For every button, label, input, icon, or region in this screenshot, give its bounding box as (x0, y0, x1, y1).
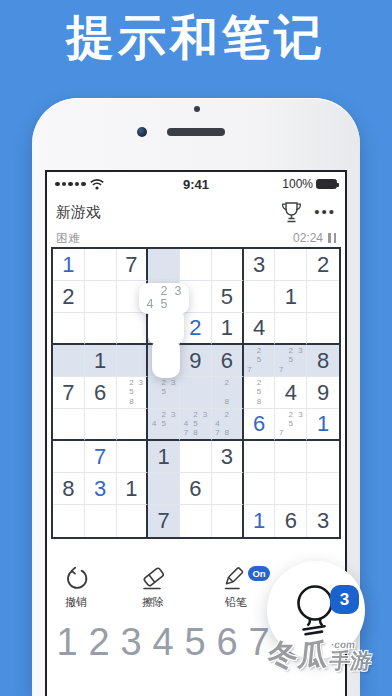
cell-r3c9[interactable] (307, 313, 339, 345)
notes-preview-stem (148, 310, 184, 344)
cell-r5c8[interactable]: 4 (275, 377, 307, 409)
cell-r3c7[interactable]: 4 (244, 313, 276, 345)
cell-r8c5[interactable]: 6 (180, 473, 212, 505)
cell-r9c3[interactable] (117, 505, 149, 537)
cell-r6c2[interactable] (85, 409, 117, 441)
cell-r3c2[interactable] (85, 313, 117, 345)
cell-r6c7[interactable]: 6 (244, 409, 276, 441)
new-game-button[interactable]: 新游戏 (56, 203, 101, 222)
cell-r1c8[interactable] (275, 249, 307, 281)
timer-value: 02:24 (293, 231, 323, 245)
cell-r5c9[interactable]: 9 (307, 377, 339, 409)
cell-r1c2[interactable] (85, 249, 117, 281)
cell-r1c1[interactable]: 1 (53, 249, 85, 281)
erase-button[interactable]: 擦除 (127, 565, 179, 610)
cell-r8c2[interactable]: 3 (85, 473, 117, 505)
cell-r8c8[interactable] (275, 473, 307, 505)
cell-r9c1[interactable] (53, 505, 85, 537)
cell-r8c3[interactable]: 1 (117, 473, 149, 505)
cell-r4c8[interactable]: 2357 (275, 345, 307, 377)
numpad-2[interactable]: 2 (83, 620, 115, 664)
cell-r9c7[interactable]: 1 (244, 505, 276, 537)
cell-r2c7[interactable] (244, 281, 276, 313)
watermark-main: 冬瓜 (266, 640, 329, 670)
cell-r1c7[interactable]: 3 (244, 249, 276, 281)
cell-r7c9[interactable] (307, 441, 339, 473)
hint-count-badge: 3 (330, 585, 359, 614)
cell-r5c3[interactable]: 2358 (117, 377, 149, 409)
pencil-icon (222, 565, 250, 592)
numpad-3[interactable]: 3 (115, 620, 147, 664)
pencil-on-badge: On (248, 566, 270, 581)
cell-r2c9[interactable] (307, 281, 339, 313)
cell-r6c8[interactable]: 2357 (275, 409, 307, 441)
erase-label: 擦除 (127, 595, 179, 610)
cell-r8c9[interactable] (307, 473, 339, 505)
cell-r3c6[interactable]: 1 (212, 313, 244, 345)
cell-r4c1[interactable] (53, 345, 85, 377)
cell-r8c4[interactable] (148, 473, 180, 505)
battery-percent: 100% (282, 177, 313, 191)
game-info-bar: 困难 02:24 (47, 229, 345, 247)
cell-r4c9[interactable]: 8 (307, 345, 339, 377)
cell-r9c9[interactable]: 3 (307, 505, 339, 537)
cell-r3c5[interactable]: 2 (180, 313, 212, 345)
cell-r5c7[interactable]: 258 (244, 377, 276, 409)
cell-r3c1[interactable] (53, 313, 85, 345)
cell-r7c8[interactable] (275, 441, 307, 473)
pencil-label: 铅笔 (210, 595, 262, 610)
cell-r9c2[interactable] (85, 505, 117, 537)
cell-r4c2[interactable]: 1 (85, 345, 117, 377)
cell-r7c5[interactable] (180, 441, 212, 473)
undo-label: 撤销 (50, 595, 102, 610)
pause-button[interactable] (328, 233, 336, 243)
cell-r4c3[interactable] (117, 345, 149, 377)
cell-r9c6[interactable] (212, 505, 244, 537)
cell-r2c1[interactable]: 2 (53, 281, 85, 313)
cell-r7c6[interactable]: 3 (212, 441, 244, 473)
screenshot-root: 提示和笔记 9:41 100% 新游戏 (0, 0, 392, 696)
more-menu-button[interactable]: ••• (314, 207, 336, 217)
cell-r8c6[interactable] (212, 473, 244, 505)
status-bar: 9:41 100% (47, 172, 345, 196)
eraser-icon (139, 565, 167, 592)
sudoku-board: 1732251214196257235787623582352825849234… (51, 247, 341, 539)
cell-r4c7[interactable]: 257 (244, 345, 276, 377)
cell-r6c5[interactable]: 234578 (180, 409, 212, 441)
cell-r1c5[interactable] (180, 249, 212, 281)
numpad-5[interactable]: 5 (179, 620, 211, 664)
proximity-sensor-dot (194, 106, 200, 112)
numpad-6[interactable]: 6 (211, 620, 243, 664)
cell-r9c5[interactable] (180, 505, 212, 537)
cell-r8c7[interactable] (244, 473, 276, 505)
trophy-icon[interactable] (281, 201, 302, 223)
phone-frame: 9:41 100% 新游戏 ••• (32, 98, 360, 696)
cell-r1c3[interactable]: 7 (117, 249, 149, 281)
front-camera (137, 127, 147, 137)
cell-r5c5[interactable] (180, 377, 212, 409)
cell-r2c6[interactable]: 5 (212, 281, 244, 313)
cell-r5c2[interactable]: 6 (85, 377, 117, 409)
nav-bar: 新游戏 ••• (47, 196, 345, 228)
cell-r8c1[interactable]: 8 (53, 473, 85, 505)
cell-r6c9[interactable]: 1 (307, 409, 339, 441)
numpad-4[interactable]: 4 (147, 620, 179, 664)
cell-r2c8[interactable]: 1 (275, 281, 307, 313)
cell-r5c1[interactable]: 7 (53, 377, 85, 409)
poster-title: 提示和笔记 (0, 6, 392, 70)
cell-r2c2[interactable] (85, 281, 117, 313)
cell-r5c6[interactable]: 28 (212, 377, 244, 409)
cell-r3c8[interactable] (275, 313, 307, 345)
cell-r7c1[interactable] (53, 441, 85, 473)
phone-screen: 9:41 100% 新游戏 ••• (45, 170, 347, 696)
cell-r4c6[interactable]: 6 (212, 345, 244, 377)
watermark: 冬瓜 ·com 手游 (266, 640, 373, 671)
difficulty-label: 困难 (56, 230, 80, 247)
cell-r6c3[interactable] (117, 409, 149, 441)
undo-icon (63, 565, 90, 592)
cell-r3c3[interactable] (117, 313, 149, 345)
cell-r7c2[interactable]: 7 (85, 441, 117, 473)
earpiece-speaker (167, 128, 225, 136)
cell-r6c1[interactable] (53, 409, 85, 441)
undo-button[interactable]: 撤销 (50, 565, 102, 610)
cell-r5c4[interactable]: 235 (148, 377, 180, 409)
cell-r1c6[interactable] (212, 249, 244, 281)
cell-r7c3[interactable] (117, 441, 149, 473)
cell-r1c9[interactable]: 2 (307, 249, 339, 281)
watermark-sub: 手游 (328, 650, 372, 671)
cell-r7c7[interactable] (244, 441, 276, 473)
cell-r9c4[interactable]: 7 (148, 505, 180, 537)
cell-r6c6[interactable]: 2478 (212, 409, 244, 441)
battery-icon (316, 179, 337, 189)
cell-r7c4[interactable]: 1 (148, 441, 180, 473)
cell-r9c8[interactable]: 6 (275, 505, 307, 537)
numpad-1[interactable]: 1 (51, 620, 83, 664)
cell-r4c5[interactable]: 9 (180, 345, 212, 377)
cell-r1c4[interactable] (148, 249, 180, 281)
cell-r6c4[interactable]: 2345 (148, 409, 180, 441)
notes-preview-tail (152, 340, 180, 378)
